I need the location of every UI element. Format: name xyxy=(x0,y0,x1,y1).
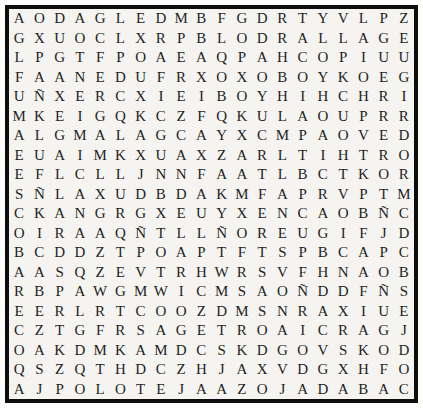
grid-cell-r10c14: A xyxy=(272,185,292,205)
grid-cell-r4c4: N xyxy=(70,68,90,88)
grid-cell-r2c7: X xyxy=(131,29,151,49)
grid-cell-r16c6: T xyxy=(110,302,130,322)
grid-cell-r2c19: G xyxy=(374,29,394,49)
grid-cell-r10c20: M xyxy=(394,185,414,205)
grid-cell-r7c3: G xyxy=(50,126,70,146)
grid-cell-r3c16: O xyxy=(313,48,333,68)
grid-cell-r9c3: L xyxy=(50,165,70,185)
grid-cell-r10c16: R xyxy=(313,185,333,205)
grid-cell-r9c6: L xyxy=(110,165,130,185)
grid-cell-r10c17: V xyxy=(333,185,353,205)
grid-cell-r15c18: F xyxy=(353,282,373,302)
grid-cell-r20c3: P xyxy=(50,380,70,400)
grid-cell-r6c5: G xyxy=(90,107,110,127)
grid-cell-r2c16: L xyxy=(313,29,333,49)
grid-cell-r18c16: V xyxy=(313,341,333,361)
grid-cell-r6c9: Z xyxy=(171,107,191,127)
grid-cell-r16c11: D xyxy=(212,302,232,322)
grid-cell-r12c4: A xyxy=(70,224,90,244)
grid-cell-r7c1: A xyxy=(9,126,29,146)
grid-cell-r17c4: G xyxy=(70,321,90,341)
grid-cell-r2c8: R xyxy=(151,29,171,49)
grid-cell-r20c18: B xyxy=(353,380,373,400)
grid-cell-r10c13: F xyxy=(252,185,272,205)
grid-cell-r10c5: X xyxy=(90,185,110,205)
grid-cell-r14c2: A xyxy=(29,263,49,283)
grid-cell-r12c20: D xyxy=(394,224,414,244)
grid-cell-r11c18: B xyxy=(353,204,373,224)
grid-cell-r6c4: I xyxy=(70,107,90,127)
grid-cell-r11c4: N xyxy=(70,204,90,224)
grid-cell-r10c3: L xyxy=(50,185,70,205)
grid-cell-r13c18: A xyxy=(353,243,373,263)
grid-cell-r15c14: O xyxy=(272,282,292,302)
grid-cell-r16c17: X xyxy=(333,302,353,322)
grid-cell-r19c13: X xyxy=(252,360,272,380)
word-search-board: AODAGLEDMBFGDRTYVLPZGXUOCLXRPBLODRALLAGE… xyxy=(9,9,414,399)
grid-cell-r8c15: T xyxy=(293,146,313,166)
grid-cell-r11c7: G xyxy=(131,204,151,224)
grid-cell-r17c2: Z xyxy=(29,321,49,341)
grid-cell-r10c2: Ñ xyxy=(29,185,49,205)
grid-cell-r2c1: G xyxy=(9,29,29,49)
grid-cell-r18c3: K xyxy=(50,341,70,361)
grid-cell-r7c13: C xyxy=(252,126,272,146)
grid-cell-r9c9: N xyxy=(171,165,191,185)
grid-cell-r8c16: I xyxy=(313,146,333,166)
grid-cell-r7c15: P xyxy=(293,126,313,146)
grid-cell-r1c12: G xyxy=(232,9,252,29)
grid-cell-r19c14: V xyxy=(272,360,292,380)
grid-cell-r17c3: T xyxy=(50,321,70,341)
grid-cell-r10c6: U xyxy=(110,185,130,205)
grid-cell-r10c8: B xyxy=(151,185,171,205)
grid-cell-r15c6: G xyxy=(110,282,130,302)
grid-cell-r14c4: Q xyxy=(70,263,90,283)
grid-cell-r6c18: P xyxy=(353,107,373,127)
grid-cell-r15c16: D xyxy=(313,282,333,302)
grid-cell-r7c7: A xyxy=(131,126,151,146)
grid-cell-r9c12: A xyxy=(232,165,252,185)
grid-cell-r18c12: K xyxy=(232,341,252,361)
grid-cell-r15c10: C xyxy=(191,282,211,302)
grid-cell-r12c3: R xyxy=(50,224,70,244)
grid-cell-r20c14: J xyxy=(272,380,292,400)
grid-cell-r11c2: K xyxy=(29,204,49,224)
grid-cell-r13c14: S xyxy=(272,243,292,263)
grid-cell-r4c3: A xyxy=(50,68,70,88)
grid-cell-r9c19: O xyxy=(374,165,394,185)
grid-cell-r2c10: B xyxy=(191,29,211,49)
grid-cell-r13c11: T xyxy=(212,243,232,263)
grid-cell-r6c2: K xyxy=(29,107,49,127)
grid-cell-r15c13: A xyxy=(252,282,272,302)
grid-cell-r11c16: A xyxy=(313,204,333,224)
grid-cell-r5c10: I xyxy=(191,87,211,107)
grid-cell-r6c14: L xyxy=(272,107,292,127)
grid-cell-r17c15: I xyxy=(293,321,313,341)
grid-cell-r2c11: L xyxy=(212,29,232,49)
grid-cell-r20c11: A xyxy=(212,380,232,400)
grid-cell-r12c2: I xyxy=(29,224,49,244)
grid-cell-r1c10: B xyxy=(191,9,211,29)
grid-cell-r11c1: C xyxy=(9,204,29,224)
grid-cell-r3c14: H xyxy=(272,48,292,68)
grid-cell-r6c17: U xyxy=(333,107,353,127)
grid-cell-r5c14: H xyxy=(272,87,292,107)
grid-cell-r20c10: A xyxy=(191,380,211,400)
grid-cell-r9c1: E xyxy=(9,165,29,185)
grid-cell-r1c20: Z xyxy=(394,9,414,29)
grid-cell-r2c9: P xyxy=(171,29,191,49)
grid-cell-r15c15: Ñ xyxy=(293,282,313,302)
grid-cell-r13c7: P xyxy=(131,243,151,263)
grid-cell-r10c1: S xyxy=(9,185,29,205)
grid-cell-r18c20: D xyxy=(394,341,414,361)
grid-cell-r15c8: W xyxy=(151,282,171,302)
grid-cell-r11c19: Ñ xyxy=(374,204,394,224)
grid-cell-r4c9: R xyxy=(171,68,191,88)
grid-cell-r13c20: C xyxy=(394,243,414,263)
grid-cell-r12c10: L xyxy=(191,224,211,244)
grid-cell-r11c8: X xyxy=(151,204,171,224)
grid-cell-r12c19: J xyxy=(374,224,394,244)
grid-cell-r8c4: I xyxy=(70,146,90,166)
grid-cell-r19c20: O xyxy=(394,360,414,380)
grid-cell-r4c1: F xyxy=(9,68,29,88)
grid-cell-r4c17: K xyxy=(333,68,353,88)
grid-cell-r8c5: M xyxy=(90,146,110,166)
grid-cell-r7c18: V xyxy=(353,126,373,146)
grid-cell-r1c7: E xyxy=(131,9,151,29)
grid-cell-r5c4: E xyxy=(70,87,90,107)
grid-cell-r18c11: S xyxy=(212,341,232,361)
grid-cell-r9c15: B xyxy=(293,165,313,185)
grid-cell-r15c4: A xyxy=(70,282,90,302)
grid-cell-r4c15: O xyxy=(293,68,313,88)
grid-cell-r11c11: Y xyxy=(212,204,232,224)
grid-cell-r2c3: U xyxy=(50,29,70,49)
grid-cell-r5c8: I xyxy=(151,87,171,107)
grid-cell-r3c17: P xyxy=(333,48,353,68)
grid-cell-r13c3: D xyxy=(50,243,70,263)
grid-cell-r5c3: X xyxy=(50,87,70,107)
grid-cell-r14c10: H xyxy=(191,263,211,283)
grid-cell-r10c7: D xyxy=(131,185,151,205)
grid-cell-r1c8: D xyxy=(151,9,171,29)
grid-cell-r17c12: R xyxy=(232,321,252,341)
grid-cell-r16c13: S xyxy=(252,302,272,322)
grid-cell-r16c20: E xyxy=(394,302,414,322)
grid-cell-r8c1: E xyxy=(9,146,29,166)
grid-cell-r6c15: A xyxy=(293,107,313,127)
grid-cell-r19c19: F xyxy=(374,360,394,380)
grid-cell-r15c11: M xyxy=(212,282,232,302)
grid-cell-r13c4: D xyxy=(70,243,90,263)
grid-cell-r13c6: T xyxy=(110,243,130,263)
grid-cell-r14c9: R xyxy=(171,263,191,283)
grid-cell-r8c11: Z xyxy=(212,146,232,166)
grid-cell-r2c2: X xyxy=(29,29,49,49)
grid-cell-r10c10: A xyxy=(191,185,211,205)
grid-cell-r1c16: Y xyxy=(313,9,333,29)
grid-cell-r20c6: O xyxy=(110,380,130,400)
grid-cell-r15c3: P xyxy=(50,282,70,302)
grid-cell-r7c8: G xyxy=(151,126,171,146)
grid-cell-r13c12: F xyxy=(232,243,252,263)
grid-cell-r20c12: Z xyxy=(232,380,252,400)
grid-cell-r5c5: R xyxy=(90,87,110,107)
grid-cell-r17c9: G xyxy=(171,321,191,341)
grid-cell-r17c10: E xyxy=(191,321,211,341)
grid-cell-r2c14: R xyxy=(272,29,292,49)
grid-cell-r7c16: A xyxy=(313,126,333,146)
grid-cell-r8c19: R xyxy=(374,146,394,166)
grid-cell-r6c7: K xyxy=(131,107,151,127)
grid-cell-r6c3: E xyxy=(50,107,70,127)
grid-cell-r16c3: R xyxy=(50,302,70,322)
grid-cell-r12c14: E xyxy=(272,224,292,244)
grid-cell-r14c6: E xyxy=(110,263,130,283)
grid-cell-r3c13: A xyxy=(252,48,272,68)
grid-cell-r6c12: K xyxy=(232,107,252,127)
grid-cell-r18c6: K xyxy=(110,341,130,361)
grid-cell-r9c18: K xyxy=(353,165,373,185)
grid-cell-r10c4: A xyxy=(70,185,90,205)
grid-cell-r20c1: A xyxy=(9,380,29,400)
grid-cell-r18c2: A xyxy=(29,341,49,361)
grid-cell-r3c12: P xyxy=(232,48,252,68)
grid-cell-r11c14: N xyxy=(272,204,292,224)
grid-cell-r20c5: L xyxy=(90,380,110,400)
grid-cell-r5c9: E xyxy=(171,87,191,107)
grid-cell-r17c6: R xyxy=(110,321,130,341)
grid-cell-r2c13: D xyxy=(252,29,272,49)
grid-cell-r9c5: L xyxy=(90,165,110,185)
grid-cell-r5c20: I xyxy=(394,87,414,107)
grid-cell-r6c13: U xyxy=(252,107,272,127)
grid-cell-r13c10: P xyxy=(191,243,211,263)
grid-cell-r16c7: C xyxy=(131,302,151,322)
grid-cell-r10c19: T xyxy=(374,185,394,205)
grid-cell-r9c20: R xyxy=(394,165,414,185)
grid-cell-r11c6: R xyxy=(110,204,130,224)
grid-cell-r18c14: G xyxy=(272,341,292,361)
grid-cell-r7c5: A xyxy=(90,126,110,146)
grid-cell-r14c13: S xyxy=(252,263,272,283)
grid-cell-r20c16: D xyxy=(313,380,333,400)
grid-cell-r5c1: U xyxy=(9,87,29,107)
grid-cell-r12c11: Ñ xyxy=(212,224,232,244)
grid-cell-r13c19: P xyxy=(374,243,394,263)
grid-cell-r17c17: R xyxy=(333,321,353,341)
grid-cell-r8c3: A xyxy=(50,146,70,166)
grid-cell-r15c5: W xyxy=(90,282,110,302)
grid-cell-r15c20: S xyxy=(394,282,414,302)
grid-cell-r4c10: X xyxy=(191,68,211,88)
grid-cell-r5c19: R xyxy=(374,87,394,107)
grid-cell-r5c11: B xyxy=(212,87,232,107)
grid-cell-r19c18: H xyxy=(353,360,373,380)
grid-cell-r9c17: T xyxy=(333,165,353,185)
grid-cell-r8c12: A xyxy=(232,146,252,166)
grid-cell-r8c6: K xyxy=(110,146,130,166)
grid-cell-r16c15: R xyxy=(293,302,313,322)
grid-cell-r7c19: E xyxy=(374,126,394,146)
grid-cell-r9c4: C xyxy=(70,165,90,185)
grid-cell-r14c1: A xyxy=(9,263,29,283)
grid-cell-r8c10: X xyxy=(191,146,211,166)
grid-cell-r19c4: Q xyxy=(70,360,90,380)
grid-cell-r19c1: Q xyxy=(9,360,29,380)
grid-cell-r1c19: P xyxy=(374,9,394,29)
grid-cell-r6c1: M xyxy=(9,107,29,127)
grid-cell-r14c7: V xyxy=(131,263,151,283)
grid-cell-r14c3: S xyxy=(50,263,70,283)
grid-cell-r19c6: H xyxy=(110,360,130,380)
grid-cell-r18c8: M xyxy=(151,341,171,361)
grid-cell-r6c19: R xyxy=(374,107,394,127)
grid-cell-r1c2: O xyxy=(29,9,49,29)
grid-cell-r18c7: A xyxy=(131,341,151,361)
grid-cell-r16c19: U xyxy=(374,302,394,322)
grid-cell-r20c7: T xyxy=(131,380,151,400)
grid-cell-r16c4: L xyxy=(70,302,90,322)
grid-cell-r20c2: J xyxy=(29,380,49,400)
grid-cell-r15c7: M xyxy=(131,282,151,302)
grid-cell-r1c15: T xyxy=(293,9,313,29)
grid-cell-r5c18: H xyxy=(353,87,373,107)
grid-cell-r14c17: N xyxy=(333,263,353,283)
grid-cell-r12c18: F xyxy=(353,224,373,244)
grid-cell-r19c9: Z xyxy=(171,360,191,380)
grid-cell-r3c3: G xyxy=(50,48,70,68)
grid-cell-r16c14: N xyxy=(272,302,292,322)
grid-cell-r7c12: X xyxy=(232,126,252,146)
grid-cell-r15c17: D xyxy=(333,282,353,302)
grid-cell-r10c11: K xyxy=(212,185,232,205)
grid-cell-r8c7: X xyxy=(131,146,151,166)
grid-cell-r6c16: O xyxy=(313,107,333,127)
grid-cell-r11c9: E xyxy=(171,204,191,224)
grid-cell-r19c8: C xyxy=(151,360,171,380)
grid-cell-r2c15: A xyxy=(293,29,313,49)
grid-cell-r1c14: R xyxy=(272,9,292,29)
grid-cell-r1c3: D xyxy=(50,9,70,29)
grid-cell-r18c4: D xyxy=(70,341,90,361)
grid-cell-r7c14: M xyxy=(272,126,292,146)
grid-cell-r14c19: O xyxy=(374,263,394,283)
grid-cell-r18c17: S xyxy=(333,341,353,361)
grid-cell-r2c18: A xyxy=(353,29,373,49)
grid-cell-r15c19: Ñ xyxy=(374,282,394,302)
grid-cell-r7c9: C xyxy=(171,126,191,146)
grid-cell-r4c13: O xyxy=(252,68,272,88)
grid-cell-r15c2: B xyxy=(29,282,49,302)
grid-cell-r6c6: Q xyxy=(110,107,130,127)
grid-cell-r19c2: S xyxy=(29,360,49,380)
grid-cell-r1c11: F xyxy=(212,9,232,29)
grid-cell-r3c18: I xyxy=(353,48,373,68)
grid-cell-r5c12: O xyxy=(232,87,252,107)
grid-cell-r17c16: C xyxy=(313,321,333,341)
grid-cell-r8c20: O xyxy=(394,146,414,166)
grid-cell-r9c11: A xyxy=(212,165,232,185)
grid-cell-r17c7: S xyxy=(131,321,151,341)
grid-cell-r6c20: R xyxy=(394,107,414,127)
grid-cell-r19c12: A xyxy=(232,360,252,380)
grid-cell-r3c6: P xyxy=(110,48,130,68)
grid-cell-r17c19: G xyxy=(374,321,394,341)
grid-cell-r1c18: L xyxy=(353,9,373,29)
grid-cell-r4c8: F xyxy=(151,68,171,88)
grid-cell-r5c2: Ñ xyxy=(29,87,49,107)
grid-cell-r11c15: C xyxy=(293,204,313,224)
grid-cell-r5c16: H xyxy=(313,87,333,107)
grid-cell-r10c9: D xyxy=(171,185,191,205)
grid-cell-r4c20: G xyxy=(394,68,414,88)
grid-cell-r3c20: U xyxy=(394,48,414,68)
grid-cell-r8c9: A xyxy=(171,146,191,166)
grid-cell-r12c13: R xyxy=(252,224,272,244)
grid-cell-r14c12: R xyxy=(232,263,252,283)
grid-cell-r1c17: V xyxy=(333,9,353,29)
grid-cell-r17c11: T xyxy=(212,321,232,341)
grid-cell-r20c9: J xyxy=(171,380,191,400)
grid-cell-r12c9: L xyxy=(171,224,191,244)
grid-cell-r18c18: K xyxy=(353,341,373,361)
grid-cell-r17c8: A xyxy=(151,321,171,341)
grid-cell-r3c7: O xyxy=(131,48,151,68)
grid-cell-r19c3: Z xyxy=(50,360,70,380)
grid-cell-r20c13: O xyxy=(252,380,272,400)
grid-cell-r1c1: A xyxy=(9,9,29,29)
grid-cell-r14c16: H xyxy=(313,263,333,283)
grid-cell-r12c1: O xyxy=(9,224,29,244)
grid-cell-r14c15: F xyxy=(293,263,313,283)
grid-cell-r4c2: A xyxy=(29,68,49,88)
grid-cell-r16c9: O xyxy=(171,302,191,322)
grid-cell-r1c9: M xyxy=(171,9,191,29)
grid-cell-r11c12: X xyxy=(232,204,252,224)
grid-cell-r8c14: L xyxy=(272,146,292,166)
grid-cell-r8c18: T xyxy=(353,146,373,166)
grid-cell-r11c3: A xyxy=(50,204,70,224)
grid-cell-r9c8: N xyxy=(151,165,171,185)
grid-cell-r2c17: L xyxy=(333,29,353,49)
grid-cell-r11c20: C xyxy=(394,204,414,224)
grid-cell-r7c17: O xyxy=(333,126,353,146)
grid-cell-r18c19: O xyxy=(374,341,394,361)
grid-cell-r9c16: C xyxy=(313,165,333,185)
grid-cell-r19c15: D xyxy=(293,360,313,380)
grid-cell-r20c20: C xyxy=(394,380,414,400)
grid-cell-r9c2: F xyxy=(29,165,49,185)
grid-cell-r8c13: R xyxy=(252,146,272,166)
grid-cell-r12c5: A xyxy=(90,224,110,244)
grid-cell-r3c4: T xyxy=(70,48,90,68)
grid-cell-r3c2: P xyxy=(29,48,49,68)
grid-cell-r2c4: O xyxy=(70,29,90,49)
grid-cell-r16c2: E xyxy=(29,302,49,322)
grid-cell-r12c7: Ñ xyxy=(131,224,151,244)
grid-cell-r14c8: T xyxy=(151,263,171,283)
grid-cell-r14c11: W xyxy=(212,263,232,283)
grid-cell-r20c8: E xyxy=(151,380,171,400)
puzzle-frame: AODAGLEDMBFGDRTYVLPZGXUOCLXRPBLODRALLAGE… xyxy=(5,5,418,403)
grid-cell-r16c10: Z xyxy=(191,302,211,322)
grid-cell-r13c2: C xyxy=(29,243,49,263)
